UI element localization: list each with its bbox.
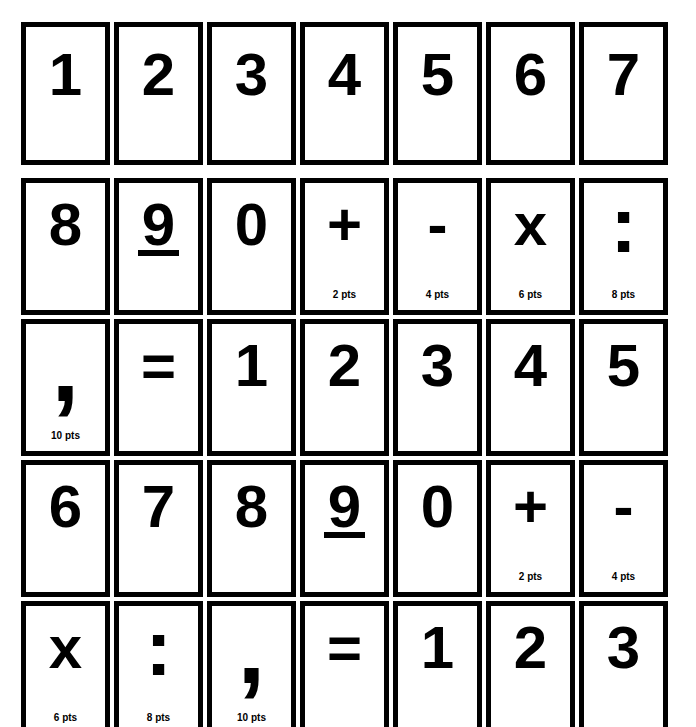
card-digit-7: 7 [579,22,668,165]
card-points-label: 6 pts [26,712,105,723]
digit-4-glyph: 4 [514,334,547,398]
digit-7-glyph: 7 [607,43,640,107]
card-digit-0: 0 [207,178,296,315]
card-multiply: x6 pts [486,178,575,315]
equals-glyph: = [141,334,176,398]
card-digit-8: 8 [207,460,296,597]
card-row-1: 1234567 [21,22,696,165]
card-divide: :8 pts [114,601,203,727]
digit-1-glyph: 1 [421,616,454,680]
card-minus: -4 pts [393,178,482,315]
card-digit-6: 6 [21,460,110,597]
card-points-label: 10 pts [26,430,105,441]
card-digit-7: 7 [114,460,203,597]
digit-2-glyph: 2 [514,616,547,680]
card-digit-2: 2 [300,319,389,456]
card-plus: +2 pts [486,460,575,597]
minus-glyph: - [428,193,448,257]
multiply-glyph: x [49,616,82,680]
digit-8-glyph: 8 [49,193,82,257]
underlined-digit: 9 [138,200,179,256]
minus-glyph: - [614,475,634,539]
card-comma: ,10 pts [207,601,296,727]
card-row-4: 67890+2 pts-4 pts [21,460,696,597]
digit-0-glyph: 0 [235,193,268,257]
card-points-label: 8 pts [119,712,198,723]
digit-7-glyph: 7 [142,475,175,539]
card-row-3: ,10 pts=12345 [21,319,696,456]
card-points-label: 4 pts [398,289,477,300]
comma-glyph: , [52,334,80,398]
digit-2-glyph: 2 [142,43,175,107]
card-points-label: 4 pts [584,571,663,582]
card-digit-1: 1 [21,22,110,165]
card-points-label: 2 pts [491,571,570,582]
card-digit-4: 4 [486,319,575,456]
divide-glyph: : [610,193,637,257]
card-multiply: x6 pts [21,601,110,727]
digit-9-glyph: 9 [138,193,179,257]
digit-1-glyph: 1 [49,43,82,107]
card-digit-1: 1 [393,601,482,727]
card-digit-8: 8 [21,178,110,315]
card-points-label: 8 pts [584,289,663,300]
digit-1-glyph: 1 [235,334,268,398]
card-digit-3: 3 [579,601,668,727]
digit-3-glyph: 3 [235,43,268,107]
card-digit-5: 5 [393,22,482,165]
plus-glyph: + [513,475,548,539]
card-digit-3: 3 [393,319,482,456]
card-digit-2: 2 [486,601,575,727]
digit-8-glyph: 8 [235,475,268,539]
digit-2-glyph: 2 [328,334,361,398]
card-row-5: x6 pts:8 pts,10 pts=123 [21,601,696,727]
card-sheet: 1234567890+2 pts-4 ptsx6 pts:8 pts,10 pt… [0,0,696,727]
digit-6-glyph: 6 [49,475,82,539]
digit-0-glyph: 0 [421,475,454,539]
card-digit-5: 5 [579,319,668,456]
card-digit-3: 3 [207,22,296,165]
card-digit-1: 1 [207,319,296,456]
card-plus: +2 pts [300,178,389,315]
plus-glyph: + [327,193,362,257]
digit-4-glyph: 4 [328,43,361,107]
card-digit-2: 2 [114,22,203,165]
digit-9-glyph: 9 [324,475,365,539]
multiply-glyph: x [514,193,547,257]
digit-5-glyph: 5 [607,334,640,398]
card-digit-4: 4 [300,22,389,165]
card-digit-6: 6 [486,22,575,165]
card-row-2: 890+2 pts-4 ptsx6 pts:8 pts [21,178,696,315]
card-comma: ,10 pts [21,319,110,456]
card-digit-0: 0 [393,460,482,597]
equals-glyph: = [327,616,362,680]
card-equals: = [300,601,389,727]
card-digit-9: 9 [114,178,203,315]
card-points-label: 2 pts [305,289,384,300]
card-divide: :8 pts [579,178,668,315]
card-digit-9: 9 [300,460,389,597]
comma-glyph: , [238,616,266,680]
divide-glyph: : [145,616,172,680]
digit-6-glyph: 6 [514,43,547,107]
card-equals: = [114,319,203,456]
card-minus: -4 pts [579,460,668,597]
digit-5-glyph: 5 [421,43,454,107]
digit-3-glyph: 3 [421,334,454,398]
underlined-digit: 9 [324,482,365,538]
card-points-label: 6 pts [491,289,570,300]
digit-3-glyph: 3 [607,616,640,680]
card-points-label: 10 pts [212,712,291,723]
